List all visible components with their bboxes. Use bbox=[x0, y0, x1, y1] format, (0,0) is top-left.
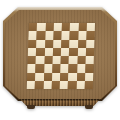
board-square[interactable] bbox=[86, 40, 95, 48]
board-square[interactable] bbox=[36, 40, 45, 48]
board-square[interactable] bbox=[69, 40, 78, 48]
board-square[interactable] bbox=[35, 73, 44, 81]
board-square[interactable] bbox=[86, 48, 95, 56]
board-square[interactable] bbox=[60, 73, 69, 81]
screenshot-canvas bbox=[0, 0, 120, 120]
board-square[interactable] bbox=[76, 81, 85, 89]
board-square[interactable] bbox=[28, 56, 37, 64]
board-square[interactable] bbox=[29, 23, 38, 31]
board-square[interactable] bbox=[61, 40, 70, 48]
board-square[interactable] bbox=[28, 40, 37, 48]
board-square[interactable] bbox=[70, 23, 79, 31]
tabletop-surface bbox=[5, 10, 115, 99]
board-square[interactable] bbox=[53, 23, 62, 31]
board-square[interactable] bbox=[61, 56, 70, 64]
board-square[interactable] bbox=[60, 81, 69, 89]
board-square[interactable] bbox=[78, 23, 87, 31]
board-square[interactable] bbox=[52, 56, 61, 64]
table-bevel-edge bbox=[3, 7, 117, 101]
board-square[interactable] bbox=[68, 81, 77, 89]
board-square[interactable] bbox=[36, 56, 45, 64]
board-square[interactable] bbox=[36, 64, 45, 72]
board-square[interactable] bbox=[86, 31, 95, 39]
board-square[interactable] bbox=[69, 64, 78, 72]
chess-board bbox=[27, 23, 95, 89]
board-square[interactable] bbox=[68, 73, 77, 81]
board-square[interactable] bbox=[61, 31, 70, 39]
board-square[interactable] bbox=[60, 64, 69, 72]
board-square[interactable] bbox=[77, 48, 86, 56]
board-square[interactable] bbox=[36, 48, 45, 56]
board-square[interactable] bbox=[76, 73, 85, 81]
board-square[interactable] bbox=[37, 23, 46, 31]
table-foot-right bbox=[85, 105, 93, 109]
board-square[interactable] bbox=[44, 64, 53, 72]
board-square[interactable] bbox=[53, 40, 62, 48]
board-square[interactable] bbox=[27, 81, 36, 89]
board-square[interactable] bbox=[43, 73, 52, 81]
board-square[interactable] bbox=[86, 23, 95, 31]
board-square[interactable] bbox=[77, 64, 86, 72]
board-square[interactable] bbox=[78, 40, 87, 48]
board-square[interactable] bbox=[84, 81, 93, 89]
board-square[interactable] bbox=[27, 73, 36, 81]
board-square[interactable] bbox=[43, 81, 52, 89]
chess-table bbox=[0, 0, 120, 120]
board-square[interactable] bbox=[51, 81, 60, 89]
board-square[interactable] bbox=[27, 64, 36, 72]
board-square[interactable] bbox=[52, 73, 61, 81]
board-square[interactable] bbox=[45, 23, 54, 31]
board-square[interactable] bbox=[44, 56, 53, 64]
board-square[interactable] bbox=[45, 31, 54, 39]
board-square[interactable] bbox=[77, 56, 86, 64]
board-square[interactable] bbox=[85, 56, 94, 64]
board-square[interactable] bbox=[69, 56, 78, 64]
board-square[interactable] bbox=[62, 23, 71, 31]
board-square[interactable] bbox=[53, 31, 62, 39]
board-square[interactable] bbox=[85, 64, 94, 72]
board-square[interactable] bbox=[61, 48, 70, 56]
board-square[interactable] bbox=[37, 31, 46, 39]
board-square[interactable] bbox=[53, 48, 62, 56]
board-square[interactable] bbox=[45, 40, 54, 48]
board-square[interactable] bbox=[28, 48, 37, 56]
board-square[interactable] bbox=[85, 73, 94, 81]
board-square[interactable] bbox=[52, 64, 61, 72]
board-square[interactable] bbox=[78, 31, 87, 39]
board-square[interactable] bbox=[28, 31, 37, 39]
table-foot-left bbox=[27, 105, 35, 109]
board-square[interactable] bbox=[70, 31, 79, 39]
board-square[interactable] bbox=[44, 48, 53, 56]
board-square[interactable] bbox=[69, 48, 78, 56]
board-square[interactable] bbox=[35, 81, 44, 89]
